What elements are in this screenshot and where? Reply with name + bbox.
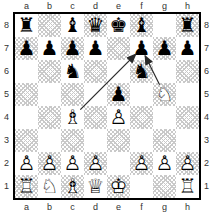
- piece-white-king-e1[interactable]: ♚♔: [107, 175, 130, 198]
- square-a2[interactable]: ♟♙: [15, 152, 38, 175]
- piece-glyph: ♞: [130, 60, 153, 83]
- rank-label-6: 6: [200, 60, 213, 83]
- square-c6[interactable]: ♞: [61, 60, 84, 83]
- square-e5[interactable]: ♟: [107, 83, 130, 106]
- piece-black-knight-f6[interactable]: ♞: [130, 60, 153, 83]
- piece-glyph: ♜: [15, 14, 38, 37]
- square-f4[interactable]: [130, 106, 153, 129]
- piece-glyph: ♝: [61, 14, 84, 37]
- square-d3[interactable]: [84, 129, 107, 152]
- square-g3[interactable]: [153, 129, 176, 152]
- square-b7[interactable]: ♟: [38, 37, 61, 60]
- piece-white-pawn-e4[interactable]: ♟♙: [107, 106, 130, 129]
- rank-label-1: 1: [0, 175, 13, 198]
- square-f5[interactable]: [130, 83, 153, 106]
- square-h1[interactable]: ♜♖: [176, 175, 199, 198]
- piece-glyph: ♟: [84, 37, 107, 60]
- square-g5[interactable]: ♞♘: [153, 83, 176, 106]
- file-label-e: e: [107, 0, 130, 12]
- square-f6[interactable]: ♞: [130, 60, 153, 83]
- square-c5[interactable]: [61, 83, 84, 106]
- piece-black-rook-a8[interactable]: ♜: [15, 14, 38, 37]
- square-f3[interactable]: [130, 129, 153, 152]
- square-d5[interactable]: [84, 83, 107, 106]
- square-b6[interactable]: [38, 60, 61, 83]
- square-d2[interactable]: ♟♙: [84, 152, 107, 175]
- square-c7[interactable]: ♟: [61, 37, 84, 60]
- square-g6[interactable]: [153, 60, 176, 83]
- piece-glyph-outline: ♙: [15, 152, 38, 175]
- piece-glyph-outline: ♙: [176, 152, 199, 175]
- piece-white-bishop-c4[interactable]: ♝♗: [61, 106, 84, 129]
- piece-glyph: ♜: [176, 14, 199, 37]
- piece-black-bishop-f8[interactable]: ♝: [130, 14, 153, 37]
- chess-board: ♜♝♛♚♝♜♟♟♟♟♟♟♟♞♞♟♞♘♝♗♟♙♟♙♟♙♟♙♟♙♟♙♟♙♟♙♜♖♞♘…: [13, 12, 201, 200]
- file-label-b: b: [38, 0, 61, 12]
- file-label-f: f: [130, 201, 153, 213]
- chess-diagram: abcdefgh 87654321 87654321 abcdefgh ♜♝♛♚…: [0, 0, 213, 214]
- square-b8[interactable]: [38, 14, 61, 37]
- square-f8[interactable]: ♝: [130, 14, 153, 37]
- file-label-h: h: [176, 0, 199, 12]
- file-label-g: g: [153, 0, 176, 12]
- rank-label-5: 5: [200, 83, 213, 106]
- square-e2[interactable]: [107, 152, 130, 175]
- piece-white-knight-b1[interactable]: ♞♘: [38, 175, 61, 198]
- piece-glyph: ♟: [15, 37, 38, 60]
- square-h6[interactable]: [176, 60, 199, 83]
- piece-black-pawn-f7[interactable]: ♟: [130, 37, 153, 60]
- file-label-d: d: [84, 201, 107, 213]
- piece-white-rook-h1[interactable]: ♜♖: [176, 175, 199, 198]
- file-label-h: h: [176, 201, 199, 213]
- square-f7[interactable]: ♟: [130, 37, 153, 60]
- file-labels-bottom: abcdefgh: [15, 201, 199, 213]
- square-d4[interactable]: [84, 106, 107, 129]
- square-c1[interactable]: ♝♗: [61, 175, 84, 198]
- piece-glyph-outline: ♘: [153, 83, 176, 106]
- piece-black-bishop-c8[interactable]: ♝: [61, 14, 84, 37]
- piece-glyph-outline: ♙: [107, 106, 130, 129]
- piece-white-pawn-h2[interactable]: ♟♙: [176, 152, 199, 175]
- square-e6[interactable]: [107, 60, 130, 83]
- piece-white-pawn-f2[interactable]: ♟♙: [130, 152, 153, 175]
- square-h5[interactable]: [176, 83, 199, 106]
- piece-white-pawn-c2[interactable]: ♟♙: [61, 152, 84, 175]
- piece-glyph-outline: ♙: [61, 152, 84, 175]
- piece-white-rook-a1[interactable]: ♜♖: [15, 175, 38, 198]
- square-b1[interactable]: ♞♘: [38, 175, 61, 198]
- rank-labels-left: 87654321: [0, 14, 13, 198]
- square-d7[interactable]: ♟: [84, 37, 107, 60]
- piece-glyph: ♟: [130, 37, 153, 60]
- piece-glyph: ♚: [107, 14, 130, 37]
- piece-black-queen-d8[interactable]: ♛: [84, 14, 107, 37]
- square-d1[interactable]: ♛♕: [84, 175, 107, 198]
- rank-label-1: 1: [200, 175, 213, 198]
- square-f2[interactable]: ♟♙: [130, 152, 153, 175]
- rank-label-3: 3: [0, 129, 13, 152]
- piece-white-bishop-c1[interactable]: ♝♗: [61, 175, 84, 198]
- square-e1[interactable]: ♚♔: [107, 175, 130, 198]
- piece-white-queen-d1[interactable]: ♛♕: [84, 175, 107, 198]
- square-e4[interactable]: ♟♙: [107, 106, 130, 129]
- rank-label-2: 2: [0, 152, 13, 175]
- piece-black-pawn-g7[interactable]: ♟: [153, 37, 176, 60]
- square-a3[interactable]: [15, 129, 38, 152]
- file-label-e: e: [107, 201, 130, 213]
- square-h2[interactable]: ♟♙: [176, 152, 199, 175]
- file-label-d: d: [84, 0, 107, 12]
- file-label-c: c: [61, 201, 84, 213]
- square-h4[interactable]: [176, 106, 199, 129]
- file-label-a: a: [15, 201, 38, 213]
- square-h8[interactable]: ♜: [176, 14, 199, 37]
- rank-label-4: 4: [0, 106, 13, 129]
- piece-black-pawn-a7[interactable]: ♟: [15, 37, 38, 60]
- square-g8[interactable]: [153, 14, 176, 37]
- piece-glyph: ♟: [107, 83, 130, 106]
- square-e3[interactable]: [107, 129, 130, 152]
- square-d6[interactable]: [84, 60, 107, 83]
- piece-glyph-outline: ♔: [107, 175, 130, 198]
- piece-glyph: ♟: [61, 37, 84, 60]
- piece-black-pawn-b7[interactable]: ♟: [38, 37, 61, 60]
- square-c4[interactable]: ♝♗: [61, 106, 84, 129]
- file-label-f: f: [130, 0, 153, 12]
- rank-label-2: 2: [200, 152, 213, 175]
- piece-black-knight-c6[interactable]: ♞: [61, 60, 84, 83]
- square-c8[interactable]: ♝: [61, 14, 84, 37]
- piece-white-pawn-b2[interactable]: ♟♙: [38, 152, 61, 175]
- square-e7[interactable]: [107, 37, 130, 60]
- square-a8[interactable]: ♜: [15, 14, 38, 37]
- piece-white-pawn-a2[interactable]: ♟♙: [15, 152, 38, 175]
- square-a5[interactable]: [15, 83, 38, 106]
- piece-black-rook-h8[interactable]: ♜: [176, 14, 199, 37]
- square-b4[interactable]: [38, 106, 61, 129]
- square-b3[interactable]: [38, 129, 61, 152]
- square-d8[interactable]: ♛: [84, 14, 107, 37]
- piece-white-knight-g5[interactable]: ♞♘: [153, 83, 176, 106]
- piece-glyph-outline: ♙: [84, 152, 107, 175]
- rank-label-7: 7: [200, 37, 213, 60]
- piece-glyph-outline: ♖: [176, 175, 199, 198]
- piece-glyph-outline: ♕: [84, 175, 107, 198]
- square-h3[interactable]: [176, 129, 199, 152]
- square-b2[interactable]: ♟♙: [38, 152, 61, 175]
- piece-glyph: ♛: [84, 14, 107, 37]
- piece-glyph-outline: ♙: [130, 152, 153, 175]
- piece-glyph-outline: ♘: [38, 175, 61, 198]
- square-c2[interactable]: ♟♙: [61, 152, 84, 175]
- square-f1[interactable]: [130, 175, 153, 198]
- piece-black-pawn-e5[interactable]: ♟: [107, 83, 130, 106]
- piece-glyph: ♟: [176, 37, 199, 60]
- file-labels-top: abcdefgh: [15, 0, 199, 12]
- square-g1[interactable]: [153, 175, 176, 198]
- rank-label-7: 7: [0, 37, 13, 60]
- square-a6[interactable]: [15, 60, 38, 83]
- piece-glyph: ♟: [153, 37, 176, 60]
- piece-glyph-outline: ♙: [38, 152, 61, 175]
- piece-black-king-e8[interactable]: ♚: [107, 14, 130, 37]
- piece-black-pawn-c7[interactable]: ♟: [61, 37, 84, 60]
- piece-glyph-outline: ♗: [61, 106, 84, 129]
- square-g4[interactable]: [153, 106, 176, 129]
- piece-glyph-outline: ♗: [61, 175, 84, 198]
- piece-glyph: ♝: [130, 14, 153, 37]
- file-label-b: b: [38, 201, 61, 213]
- square-a7[interactable]: ♟: [15, 37, 38, 60]
- piece-glyph: ♟: [38, 37, 61, 60]
- piece-glyph: ♞: [61, 60, 84, 83]
- square-a1[interactable]: ♜♖: [15, 175, 38, 198]
- file-label-g: g: [153, 201, 176, 213]
- file-label-a: a: [15, 0, 38, 12]
- square-c3[interactable]: [61, 129, 84, 152]
- rank-label-3: 3: [200, 129, 213, 152]
- file-label-c: c: [61, 0, 84, 12]
- piece-white-pawn-g2[interactable]: ♟♙: [153, 152, 176, 175]
- square-e8[interactable]: ♚: [107, 14, 130, 37]
- rank-label-5: 5: [0, 83, 13, 106]
- rank-labels-right: 87654321: [200, 14, 213, 198]
- square-h7[interactable]: ♟: [176, 37, 199, 60]
- square-b5[interactable]: [38, 83, 61, 106]
- square-g7[interactable]: ♟: [153, 37, 176, 60]
- rank-label-8: 8: [200, 14, 213, 37]
- square-a4[interactable]: [15, 106, 38, 129]
- rank-label-8: 8: [0, 14, 13, 37]
- piece-glyph-outline: ♖: [15, 175, 38, 198]
- rank-label-4: 4: [200, 106, 213, 129]
- piece-glyph-outline: ♙: [153, 152, 176, 175]
- rank-label-6: 6: [0, 60, 13, 83]
- piece-black-pawn-d7[interactable]: ♟: [84, 37, 107, 60]
- square-g2[interactable]: ♟♙: [153, 152, 176, 175]
- piece-black-pawn-h7[interactable]: ♟: [176, 37, 199, 60]
- piece-white-pawn-d2[interactable]: ♟♙: [84, 152, 107, 175]
